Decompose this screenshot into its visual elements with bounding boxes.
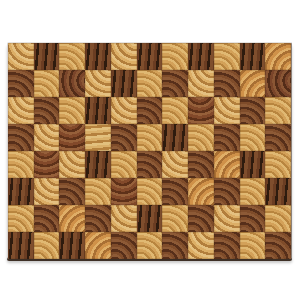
board-square-r1-c3-light [59, 43, 85, 70]
board-square-r1-c4-dark [85, 43, 111, 70]
board-square-r3-c8-dark [188, 97, 214, 124]
board-square-r2-c7-dark [162, 70, 188, 97]
board-square-r4-c8-light [188, 124, 214, 151]
board-square-r6-c4-light [85, 178, 111, 205]
board-square-r2-c8-light [188, 70, 214, 97]
board-square-r3-c9-light [214, 97, 240, 124]
board-square-r4-c3-dark [59, 124, 85, 151]
board-square-r8-c5-dark [111, 232, 137, 259]
board-square-r2-c6-light [137, 70, 163, 97]
board-square-r5-c3-light [59, 151, 85, 178]
board-square-r8-c8-light [188, 232, 214, 259]
board-square-r8-c9-dark [214, 232, 240, 259]
board-square-r4-c6-light [137, 124, 163, 151]
board-square-r3-c10-dark [240, 97, 266, 124]
board-square-r2-c3-dark [59, 70, 85, 97]
board-square-r4-c11-dark [265, 124, 291, 151]
board-square-r1-c7-light [162, 43, 188, 70]
checkerboard [7, 42, 292, 259]
board-square-r7-c7-light [162, 205, 188, 232]
board-square-r1-c6-dark [137, 43, 163, 70]
board-square-r7-c3-light [59, 205, 85, 232]
board-square-r3-c7-light [162, 97, 188, 124]
board-square-r8-c10-light [240, 232, 266, 259]
board-square-r1-c2-dark [34, 43, 60, 70]
board-square-r5-c1-light [8, 151, 34, 178]
board-square-r1-c9-light [214, 43, 240, 70]
board-square-r4-c2-light [34, 124, 60, 151]
board-square-r5-c2-dark [34, 151, 60, 178]
board-square-r5-c4-dark [85, 151, 111, 178]
board-square-r2-c9-dark [214, 70, 240, 97]
board-square-r3-c1-light [8, 97, 34, 124]
board-square-r3-c11-light [265, 97, 291, 124]
board-square-r6-c3-dark [59, 178, 85, 205]
board-square-r5-c8-dark [188, 151, 214, 178]
board-square-r4-c1-dark [8, 124, 34, 151]
board-square-r3-c5-light [111, 97, 137, 124]
board-square-r4-c4-light [85, 124, 111, 151]
board-square-r2-c10-light [240, 70, 266, 97]
board-square-r5-c5-light [111, 151, 137, 178]
board-square-r1-c5-light [111, 43, 137, 70]
board-square-r3-c2-dark [34, 97, 60, 124]
board-square-r8-c4-light [85, 232, 111, 259]
board-square-r4-c10-light [240, 124, 266, 151]
board-square-r4-c9-dark [214, 124, 240, 151]
board-square-r7-c9-light [214, 205, 240, 232]
board-square-r7-c8-dark [188, 205, 214, 232]
board-square-r6-c5-dark [111, 178, 137, 205]
board-square-r1-c8-dark [188, 43, 214, 70]
board-square-r7-c10-dark [240, 205, 266, 232]
board-square-r8-c7-dark [162, 232, 188, 259]
board-square-r8-c2-light [34, 232, 60, 259]
board-square-r6-c11-dark [265, 178, 291, 205]
board-square-r2-c11-dark [265, 70, 291, 97]
board-square-r6-c2-light [34, 178, 60, 205]
board-square-r2-c2-light [34, 70, 60, 97]
board-square-r7-c5-light [111, 205, 137, 232]
board-square-r5-c11-light [265, 151, 291, 178]
board-square-r6-c1-dark [8, 178, 34, 205]
board-square-r3-c3-light [59, 97, 85, 124]
board-square-r7-c11-light [265, 205, 291, 232]
board-square-r2-c1-dark [8, 70, 34, 97]
board-square-r4-c7-dark [162, 124, 188, 151]
board-square-r5-c9-light [214, 151, 240, 178]
cutting-board-photo [0, 0, 300, 300]
board-square-r3-c4-dark [85, 97, 111, 124]
board-square-r6-c8-light [188, 178, 214, 205]
board-square-r1-c1-light [8, 43, 34, 70]
board-square-r8-c1-dark [8, 232, 34, 259]
board-square-r6-c10-light [240, 178, 266, 205]
board-square-r8-c3-dark [59, 232, 85, 259]
board-square-r2-c5-dark [111, 70, 137, 97]
board-square-r1-c10-dark [240, 43, 266, 70]
board-square-r7-c2-dark [34, 205, 60, 232]
board-square-r2-c4-light [85, 70, 111, 97]
board-square-r8-c6-light [137, 232, 163, 259]
board-square-r1-c11-light [265, 43, 291, 70]
board-square-r6-c6-light [137, 178, 163, 205]
board-square-r5-c6-dark [137, 151, 163, 178]
board-square-r7-c6-dark [137, 205, 163, 232]
board-square-r3-c6-dark [137, 97, 163, 124]
board-square-r6-c7-dark [162, 178, 188, 205]
board-square-r5-c10-dark [240, 151, 266, 178]
board-square-r5-c7-light [162, 151, 188, 178]
board-square-r6-c9-dark [214, 178, 240, 205]
board-square-r4-c5-dark [111, 124, 137, 151]
board-square-r7-c4-dark [85, 205, 111, 232]
board-square-r8-c11-dark [265, 232, 291, 259]
board-square-r7-c1-light [8, 205, 34, 232]
